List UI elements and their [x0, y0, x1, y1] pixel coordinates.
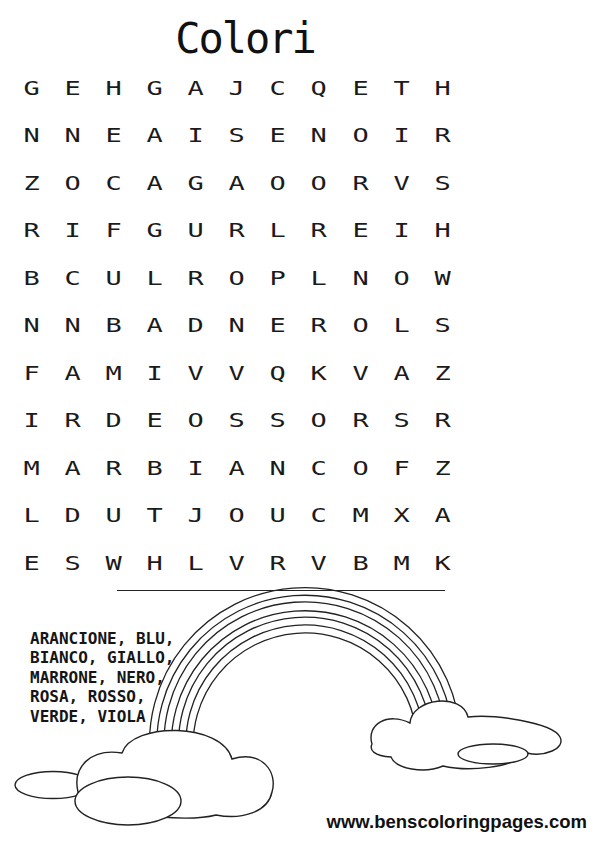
grid-letter: B [352, 552, 368, 574]
cloud-right-inner-puff [458, 744, 528, 764]
grid-cell-r11c8[interactable]: V [299, 539, 340, 587]
grid-letter: C [65, 267, 81, 289]
grid-letter: M [393, 552, 409, 574]
grid-cell-r1c11[interactable]: H [422, 64, 463, 112]
grid-cell-r11c6[interactable]: V [216, 539, 257, 587]
grid-letter: V [188, 362, 204, 384]
rainbow-arc-7 [193, 633, 417, 757]
grid-letter: M [352, 504, 368, 526]
grid-letter: M [23, 457, 39, 479]
rainbow-arc-6 [186, 625, 424, 758]
grid-letter: G [147, 77, 163, 99]
grid-cell-r4c4[interactable]: G [134, 207, 175, 255]
grid-letter: W [106, 552, 122, 574]
grid-letter: D [65, 504, 81, 526]
grid-cell-r11c11[interactable]: K [422, 539, 463, 587]
grid-cell-r11c3[interactable]: W [93, 539, 134, 587]
grid-cell-r3c10[interactable]: V [381, 159, 422, 207]
grid-letter: U [106, 267, 122, 289]
grid-cell-r10c9[interactable]: M [340, 492, 381, 540]
grid-cell-r10c2[interactable]: D [52, 492, 93, 540]
grid-cell-r6c5[interactable]: D [175, 302, 216, 350]
grid-cell-r7c4[interactable]: I [134, 349, 175, 397]
grid-cell-r5c9[interactable]: N [340, 254, 381, 302]
grid-cell-r10c5[interactable]: J [175, 492, 216, 540]
grid-cell-r7c9[interactable]: V [340, 349, 381, 397]
grid-letter: A [229, 457, 245, 479]
grid-letter: O [311, 172, 327, 194]
grid-letter: E [270, 314, 286, 336]
grid-cell-r10c1[interactable]: L [11, 492, 52, 540]
grid-letter: I [188, 457, 204, 479]
grid-cell-r3c4[interactable]: A [134, 159, 175, 207]
grid-letter: I [393, 124, 409, 146]
grid-cell-r6c4[interactable]: A [134, 302, 175, 350]
grid-separator-line [117, 590, 445, 591]
grid-letter: R [106, 457, 122, 479]
grid-letter: F [23, 362, 39, 384]
word-list-line: ROSA, ROSSO, [30, 687, 175, 706]
grid-letter: E [23, 552, 39, 574]
grid-letter: O [229, 504, 245, 526]
grid-cell-r2c8[interactable]: N [299, 112, 340, 160]
grid-letter: D [188, 314, 204, 336]
grid-letter: O [188, 409, 204, 431]
grid-letter: O [352, 457, 368, 479]
grid-cell-r8c11[interactable]: R [422, 397, 463, 445]
word-grid: GEHGAJCQETHNNEAISENOIRZOCAGAOORVSRIFGURL… [11, 64, 463, 587]
grid-cell-r4c8[interactable]: R [299, 207, 340, 255]
grid-letter: P [270, 267, 286, 289]
grid-cell-r1c4[interactable]: G [134, 64, 175, 112]
grid-letter: L [147, 267, 163, 289]
cloud-left-outer-puff [15, 772, 91, 799]
grid-letter: D [106, 409, 122, 431]
grid-cell-r9c4[interactable]: B [134, 444, 175, 492]
grid-cell-r10c7[interactable]: U [258, 492, 299, 540]
grid-letter: B [23, 267, 39, 289]
grid-letter: O [352, 124, 368, 146]
grid-cell-r5c7[interactable]: P [258, 254, 299, 302]
grid-letter: A [188, 77, 204, 99]
grid-letter: O [65, 172, 81, 194]
grid-cell-r1c5[interactable]: A [175, 64, 216, 112]
grid-cell-r3c5[interactable]: G [175, 159, 216, 207]
grid-letter: V [229, 362, 245, 384]
grid-letter: C [106, 172, 122, 194]
grid-cell-r5c2[interactable]: C [52, 254, 93, 302]
grid-cell-r6c11[interactable]: S [422, 302, 463, 350]
grid-cell-r4c6[interactable]: R [216, 207, 257, 255]
grid-letter: R [434, 409, 450, 431]
grid-cell-r2c5[interactable]: I [175, 112, 216, 160]
grid-letter: I [23, 409, 39, 431]
grid-cell-r11c9[interactable]: B [340, 539, 381, 587]
grid-cell-r5c5[interactable]: R [175, 254, 216, 302]
grid-letter: V [229, 552, 245, 574]
grid-letter: R [311, 314, 327, 336]
grid-cell-r9c8[interactable]: C [299, 444, 340, 492]
grid-letter: K [434, 552, 450, 574]
grid-cell-r4c11[interactable]: H [422, 207, 463, 255]
grid-cell-r8c2[interactable]: R [52, 397, 93, 445]
grid-cell-r1c7[interactable]: C [258, 64, 299, 112]
grid-letter: N [229, 314, 245, 336]
grid-cell-r2c2[interactable]: N [52, 112, 93, 160]
rainbow-arc-5 [178, 617, 431, 759]
grid-cell-r7c5[interactable]: V [175, 349, 216, 397]
grid-letter: S [270, 409, 286, 431]
grid-cell-r8c1[interactable]: I [11, 397, 52, 445]
grid-cell-r4c2[interactable]: I [52, 207, 93, 255]
grid-cell-r6c2[interactable]: N [52, 302, 93, 350]
grid-cell-r4c5[interactable]: U [175, 207, 216, 255]
grid-cell-r8c9[interactable]: R [340, 397, 381, 445]
grid-cell-r9c11[interactable]: Z [422, 444, 463, 492]
grid-letter: H [434, 219, 450, 241]
grid-letter: T [147, 504, 163, 526]
grid-letter: F [393, 457, 409, 479]
grid-letter: S [434, 172, 450, 194]
grid-cell-r3c11[interactable]: S [422, 159, 463, 207]
grid-cell-r10c4[interactable]: T [134, 492, 175, 540]
grid-letter: E [106, 124, 122, 146]
grid-letter: U [188, 219, 204, 241]
grid-letter: Z [23, 172, 39, 194]
grid-letter: I [393, 219, 409, 241]
grid-letter: H [147, 552, 163, 574]
grid-letter: B [106, 314, 122, 336]
grid-letter: V [352, 362, 368, 384]
grid-cell-r7c1[interactable]: F [11, 349, 52, 397]
grid-cell-r1c8[interactable]: Q [299, 64, 340, 112]
grid-cell-r2c4[interactable]: A [134, 112, 175, 160]
grid-letter: N [23, 124, 39, 146]
grid-cell-r3c7[interactable]: O [258, 159, 299, 207]
grid-cell-r2c6[interactable]: S [216, 112, 257, 160]
grid-cell-r8c8[interactable]: O [299, 397, 340, 445]
grid-letter: A [434, 504, 450, 526]
grid-letter: L [311, 267, 327, 289]
grid-letter: R [65, 409, 81, 431]
grid-letter: O [229, 267, 245, 289]
worksheet-page: Colori GEHGAJCQETHNNEAISENOIRZOCAGAOORVS… [0, 0, 596, 843]
word-list-line: MARRONE, NERO, [30, 668, 175, 687]
grid-cell-r5c4[interactable]: L [134, 254, 175, 302]
grid-letter: E [147, 409, 163, 431]
grid-cell-r6c8[interactable]: R [299, 302, 340, 350]
grid-cell-r5c8[interactable]: L [299, 254, 340, 302]
grid-cell-r2c11[interactable]: R [422, 112, 463, 160]
grid-cell-r7c8[interactable]: K [299, 349, 340, 397]
grid-letter: R [229, 219, 245, 241]
grid-cell-r4c1[interactable]: R [11, 207, 52, 255]
grid-cell-r8c3[interactable]: D [93, 397, 134, 445]
grid-cell-r3c2[interactable]: O [52, 159, 93, 207]
grid-letter: G [23, 77, 39, 99]
grid-cell-r7c11[interactable]: Z [422, 349, 463, 397]
grid-cell-r11c10[interactable]: M [381, 539, 422, 587]
grid-letter: G [188, 172, 204, 194]
grid-cell-r9c10[interactable]: F [381, 444, 422, 492]
word-list-line: ARANCIONE, BLU, [30, 629, 175, 648]
grid-letter: E [352, 219, 368, 241]
grid-letter: Z [434, 362, 450, 384]
grid-letter: I [188, 124, 204, 146]
grid-letter: A [65, 457, 81, 479]
grid-letter: N [352, 267, 368, 289]
grid-letter: X [393, 504, 409, 526]
grid-cell-r4c10[interactable]: I [381, 207, 422, 255]
grid-cell-r5c3[interactable]: U [93, 254, 134, 302]
grid-cell-r6c1[interactable]: N [11, 302, 52, 350]
grid-cell-r10c10[interactable]: X [381, 492, 422, 540]
grid-cell-r8c6[interactable]: S [216, 397, 257, 445]
grid-letter: V [311, 552, 327, 574]
grid-cell-r7c2[interactable]: A [52, 349, 93, 397]
grid-cell-r9c5[interactable]: I [175, 444, 216, 492]
grid-cell-r10c11[interactable]: A [422, 492, 463, 540]
grid-letter: S [65, 552, 81, 574]
word-list: ARANCIONE, BLU,BIANCO, GIALLO,MARRONE, N… [30, 629, 175, 726]
grid-cell-r10c3[interactable]: U [93, 492, 134, 540]
grid-letter: O [270, 172, 286, 194]
grid-letter: L [270, 219, 286, 241]
grid-letter: A [229, 172, 245, 194]
grid-letter: S [434, 314, 450, 336]
grid-cell-r3c8[interactable]: O [299, 159, 340, 207]
grid-cell-r8c4[interactable]: E [134, 397, 175, 445]
grid-cell-r9c3[interactable]: R [93, 444, 134, 492]
cloud-right [371, 701, 561, 770]
grid-letter: L [393, 314, 409, 336]
grid-letter: W [434, 267, 450, 289]
rainbow-arc-2 [157, 595, 453, 761]
grid-letter: F [106, 219, 122, 241]
grid-cell-r4c7[interactable]: L [258, 207, 299, 255]
rainbow-arc-3 [164, 602, 446, 761]
grid-letter: M [106, 362, 122, 384]
rainbow-arc-4 [171, 611, 438, 760]
cloud-left-inner-puff [75, 777, 181, 825]
grid-cell-r6c7[interactable]: E [258, 302, 299, 350]
grid-cell-r1c9[interactable]: E [340, 64, 381, 112]
grid-cell-r1c1[interactable]: G [11, 64, 52, 112]
grid-letter: C [311, 504, 327, 526]
grid-cell-r3c1[interactable]: Z [11, 159, 52, 207]
grid-letter: N [65, 124, 81, 146]
grid-cell-r11c2[interactable]: S [52, 539, 93, 587]
grid-letter: L [188, 552, 204, 574]
grid-cell-r11c5[interactable]: L [175, 539, 216, 587]
grid-letter: A [147, 172, 163, 194]
grid-letter: N [23, 314, 39, 336]
grid-letter: N [65, 314, 81, 336]
grid-letter: A [393, 362, 409, 384]
grid-cell-r5c11[interactable]: W [422, 254, 463, 302]
grid-cell-r1c2[interactable]: E [52, 64, 93, 112]
grid-letter: A [65, 362, 81, 384]
grid-letter: O [311, 409, 327, 431]
grid-cell-r2c9[interactable]: O [340, 112, 381, 160]
grid-cell-r6c10[interactable]: L [381, 302, 422, 350]
grid-cell-r4c9[interactable]: E [340, 207, 381, 255]
grid-cell-r1c10[interactable]: T [381, 64, 422, 112]
word-list-line: VERDE, VIOLA [30, 707, 175, 726]
grid-letter: A [147, 124, 163, 146]
grid-letter: J [188, 504, 204, 526]
grid-cell-r6c9[interactable]: O [340, 302, 381, 350]
grid-letter: Q [270, 362, 286, 384]
grid-cell-r2c1[interactable]: N [11, 112, 52, 160]
grid-letter: S [393, 409, 409, 431]
grid-letter: R [352, 172, 368, 194]
grid-letter: N [270, 457, 286, 479]
grid-letter: C [270, 77, 286, 99]
grid-letter: E [270, 124, 286, 146]
grid-letter: R [270, 552, 286, 574]
footer-url: www.benscoloringpages.com [327, 811, 587, 833]
rainbow-arc-1 [149, 588, 460, 763]
grid-cell-r2c7[interactable]: E [258, 112, 299, 160]
rainbow-arcs [149, 588, 460, 763]
grid-letter: R [434, 124, 450, 146]
grid-cell-r7c3[interactable]: M [93, 349, 134, 397]
grid-cell-r1c6[interactable]: J [216, 64, 257, 112]
grid-letter: V [393, 172, 409, 194]
grid-cell-r7c10[interactable]: A [381, 349, 422, 397]
grid-cell-r11c1[interactable]: E [11, 539, 52, 587]
grid-letter: T [393, 77, 409, 99]
grid-cell-r5c6[interactable]: O [216, 254, 257, 302]
grid-letter: H [106, 77, 122, 99]
word-list-line: BIANCO, GIALLO, [30, 648, 175, 667]
grid-letter: C [311, 457, 327, 479]
grid-letter: S [229, 124, 245, 146]
grid-letter: Q [311, 77, 327, 99]
grid-cell-r9c7[interactable]: N [258, 444, 299, 492]
grid-letter: R [23, 219, 39, 241]
grid-cell-r9c2[interactable]: A [52, 444, 93, 492]
grid-letter: N [311, 124, 327, 146]
grid-cell-r11c4[interactable]: H [134, 539, 175, 587]
cloud-left [77, 730, 273, 818]
grid-cell-r1c3[interactable]: H [93, 64, 134, 112]
grid-cell-r2c3[interactable]: E [93, 112, 134, 160]
page-title: Colori [0, 14, 490, 63]
grid-letter: H [434, 77, 450, 99]
grid-cell-r7c7[interactable]: Q [258, 349, 299, 397]
grid-cell-r7c6[interactable]: V [216, 349, 257, 397]
grid-letter: R [352, 409, 368, 431]
grid-letter: U [270, 504, 286, 526]
grid-cell-r10c8[interactable]: C [299, 492, 340, 540]
grid-cell-r5c1[interactable]: B [11, 254, 52, 302]
grid-cell-r9c1[interactable]: M [11, 444, 52, 492]
grid-letter: O [352, 314, 368, 336]
grid-cell-r10c6[interactable]: O [216, 492, 257, 540]
grid-letter: O [393, 267, 409, 289]
grid-cell-r9c6[interactable]: A [216, 444, 257, 492]
grid-cell-r4c3[interactable]: F [93, 207, 134, 255]
grid-letter: B [147, 457, 163, 479]
grid-cell-r3c3[interactable]: C [93, 159, 134, 207]
grid-letter: R [311, 219, 327, 241]
grid-letter: R [188, 267, 204, 289]
grid-letter: Z [434, 457, 450, 479]
grid-cell-r5c10[interactable]: O [381, 254, 422, 302]
grid-cell-r8c7[interactable]: S [258, 397, 299, 445]
grid-letter: L [23, 504, 39, 526]
grid-cell-r11c7[interactable]: R [258, 539, 299, 587]
grid-letter: K [311, 362, 327, 384]
grid-letter: G [147, 219, 163, 241]
grid-cell-r9c9[interactable]: O [340, 444, 381, 492]
grid-letter: E [352, 77, 368, 99]
grid-letter: I [65, 219, 81, 241]
grid-letter: A [147, 314, 163, 336]
grid-cell-r6c6[interactable]: N [216, 302, 257, 350]
grid-cell-r8c10[interactable]: S [381, 397, 422, 445]
grid-letter: S [229, 409, 245, 431]
grid-cell-r8c5[interactable]: O [175, 397, 216, 445]
grid-letter: E [65, 77, 81, 99]
grid-cell-r3c9[interactable]: R [340, 159, 381, 207]
grid-letter: U [106, 504, 122, 526]
grid-cell-r3c6[interactable]: A [216, 159, 257, 207]
grid-cell-r6c3[interactable]: B [93, 302, 134, 350]
grid-cell-r2c10[interactable]: I [381, 112, 422, 160]
grid-letter: J [229, 77, 245, 99]
grid-letter: I [147, 362, 163, 384]
